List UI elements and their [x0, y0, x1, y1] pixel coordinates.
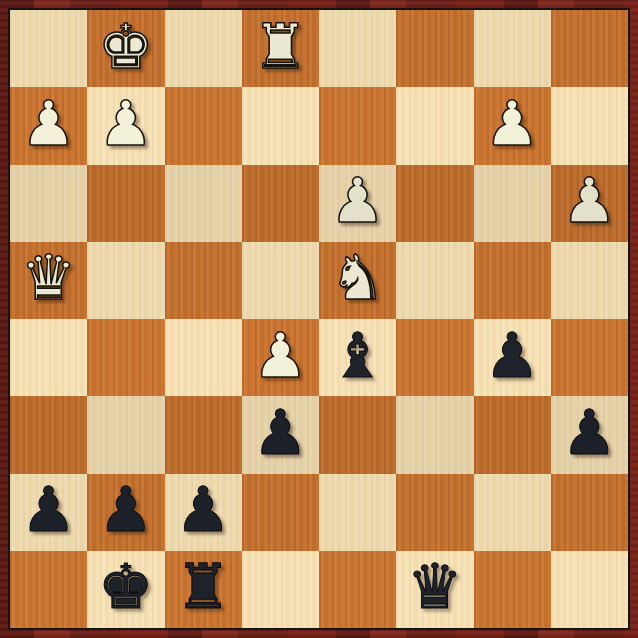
- square-a8[interactable]: [10, 10, 87, 87]
- square-e2[interactable]: [319, 474, 396, 551]
- square-a1[interactable]: [10, 551, 87, 628]
- square-g5[interactable]: [474, 242, 551, 319]
- square-f5[interactable]: [396, 242, 473, 319]
- square-g1[interactable]: [474, 551, 551, 628]
- piece-white-rook-d8[interactable]: ♜: [253, 16, 309, 78]
- square-e3[interactable]: [319, 396, 396, 473]
- square-b1[interactable]: ♚: [87, 551, 164, 628]
- square-c3[interactable]: [165, 396, 242, 473]
- square-f2[interactable]: [396, 474, 473, 551]
- square-c2[interactable]: ♟: [165, 474, 242, 551]
- square-f8[interactable]: [396, 10, 473, 87]
- square-e4[interactable]: ♝: [319, 319, 396, 396]
- square-d3[interactable]: ♟: [242, 396, 319, 473]
- square-h2[interactable]: [551, 474, 628, 551]
- square-h5[interactable]: [551, 242, 628, 319]
- square-g3[interactable]: [474, 396, 551, 473]
- square-h6[interactable]: ♟: [551, 165, 628, 242]
- square-b4[interactable]: [87, 319, 164, 396]
- square-a2[interactable]: ♟: [10, 474, 87, 551]
- square-b7[interactable]: ♟: [87, 87, 164, 164]
- square-f3[interactable]: [396, 396, 473, 473]
- piece-black-pawn-h3[interactable]: ♟: [562, 402, 618, 464]
- square-f7[interactable]: [396, 87, 473, 164]
- square-d1[interactable]: [242, 551, 319, 628]
- square-b5[interactable]: [87, 242, 164, 319]
- square-b3[interactable]: [87, 396, 164, 473]
- piece-white-pawn-e6[interactable]: ♟: [330, 170, 386, 232]
- square-g2[interactable]: [474, 474, 551, 551]
- square-h1[interactable]: [551, 551, 628, 628]
- square-c7[interactable]: [165, 87, 242, 164]
- piece-black-king-b1[interactable]: ♚: [98, 556, 154, 618]
- square-h3[interactable]: ♟: [551, 396, 628, 473]
- square-h8[interactable]: [551, 10, 628, 87]
- square-f4[interactable]: [396, 319, 473, 396]
- piece-white-king-b8[interactable]: ♚: [98, 16, 154, 78]
- square-h4[interactable]: [551, 319, 628, 396]
- square-f6[interactable]: [396, 165, 473, 242]
- piece-black-pawn-b2[interactable]: ♟: [98, 479, 154, 541]
- square-a3[interactable]: [10, 396, 87, 473]
- square-b2[interactable]: ♟: [87, 474, 164, 551]
- piece-white-pawn-a7[interactable]: ♟: [21, 93, 77, 155]
- square-b8[interactable]: ♚: [87, 10, 164, 87]
- square-c5[interactable]: [165, 242, 242, 319]
- square-e6[interactable]: ♟: [319, 165, 396, 242]
- square-e1[interactable]: [319, 551, 396, 628]
- square-a7[interactable]: ♟: [10, 87, 87, 164]
- square-b6[interactable]: [87, 165, 164, 242]
- square-a6[interactable]: [10, 165, 87, 242]
- piece-black-bishop-e4[interactable]: ♝: [330, 325, 386, 387]
- piece-white-pawn-d4[interactable]: ♟: [253, 325, 309, 387]
- square-e5[interactable]: ♞: [319, 242, 396, 319]
- piece-black-pawn-g4[interactable]: ♟: [484, 325, 540, 387]
- piece-white-pawn-b7[interactable]: ♟: [98, 93, 154, 155]
- piece-white-queen-a5[interactable]: ♛: [21, 247, 77, 309]
- square-c4[interactable]: [165, 319, 242, 396]
- piece-white-pawn-g7[interactable]: ♟: [484, 93, 540, 155]
- square-g6[interactable]: [474, 165, 551, 242]
- square-h7[interactable]: [551, 87, 628, 164]
- square-d8[interactable]: ♜: [242, 10, 319, 87]
- square-d5[interactable]: [242, 242, 319, 319]
- square-f1[interactable]: ♛: [396, 551, 473, 628]
- piece-black-queen-f1[interactable]: ♛: [407, 556, 463, 618]
- square-c8[interactable]: [165, 10, 242, 87]
- square-d2[interactable]: [242, 474, 319, 551]
- piece-white-pawn-h6[interactable]: ♟: [562, 170, 618, 232]
- piece-black-pawn-a2[interactable]: ♟: [21, 479, 77, 541]
- square-d4[interactable]: ♟: [242, 319, 319, 396]
- square-g8[interactable]: [474, 10, 551, 87]
- chess-board: ♚♜♟♟♟♟♟♛♞♟♝♟♟♟♟♟♟♚♜♛: [8, 8, 630, 630]
- piece-black-pawn-d3[interactable]: ♟: [253, 402, 309, 464]
- square-a4[interactable]: [10, 319, 87, 396]
- square-e7[interactable]: [319, 87, 396, 164]
- square-d6[interactable]: [242, 165, 319, 242]
- piece-black-rook-c1[interactable]: ♜: [175, 556, 231, 618]
- piece-white-knight-e5[interactable]: ♞: [330, 247, 386, 309]
- square-c1[interactable]: ♜: [165, 551, 242, 628]
- square-e8[interactable]: [319, 10, 396, 87]
- square-a5[interactable]: ♛: [10, 242, 87, 319]
- square-c6[interactable]: [165, 165, 242, 242]
- piece-black-pawn-c2[interactable]: ♟: [175, 479, 231, 541]
- square-g7[interactable]: ♟: [474, 87, 551, 164]
- square-g4[interactable]: ♟: [474, 319, 551, 396]
- chess-board-frame: ♚♜♟♟♟♟♟♛♞♟♝♟♟♟♟♟♟♚♜♛: [0, 0, 638, 638]
- square-d7[interactable]: [242, 87, 319, 164]
